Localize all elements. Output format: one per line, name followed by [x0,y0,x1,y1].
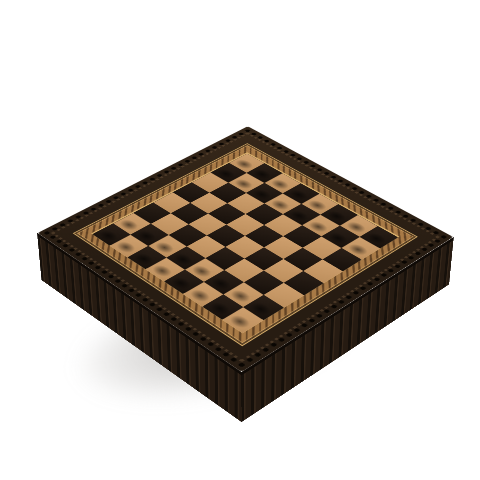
product-photo: ♜♞♝♛♚♝♞♜♟♟♟♟♟♟♟♟♟♟♟♟♟♟♟♟♜♞♝♛♚♝♞♜ [0,0,480,480]
pawn-glyph: ♟ [345,218,374,249]
square-d5 [226,214,264,236]
photo-scene: ♜♞♝♛♚♝♞♜♟♟♟♟♟♟♟♟♟♟♟♟♟♟♟♟♜♞♝♛♚♝♞♜ [0,0,480,480]
square-b5 [190,193,227,214]
square-h1: ♜ [222,307,263,333]
rook-glyph: ♜ [222,280,261,321]
chess-box: ♜♞♝♛♚♝♞♜♟♟♟♟♟♟♟♟♟♟♟♟♟♟♟♟♜♞♝♛♚♝♞♜ [38,126,454,372]
square-a5 [173,182,210,203]
carved-frame: ♜♞♝♛♚♝♞♜♟♟♟♟♟♟♟♟♟♟♟♟♟♟♟♟♜♞♝♛♚♝♞♜ [38,126,454,372]
